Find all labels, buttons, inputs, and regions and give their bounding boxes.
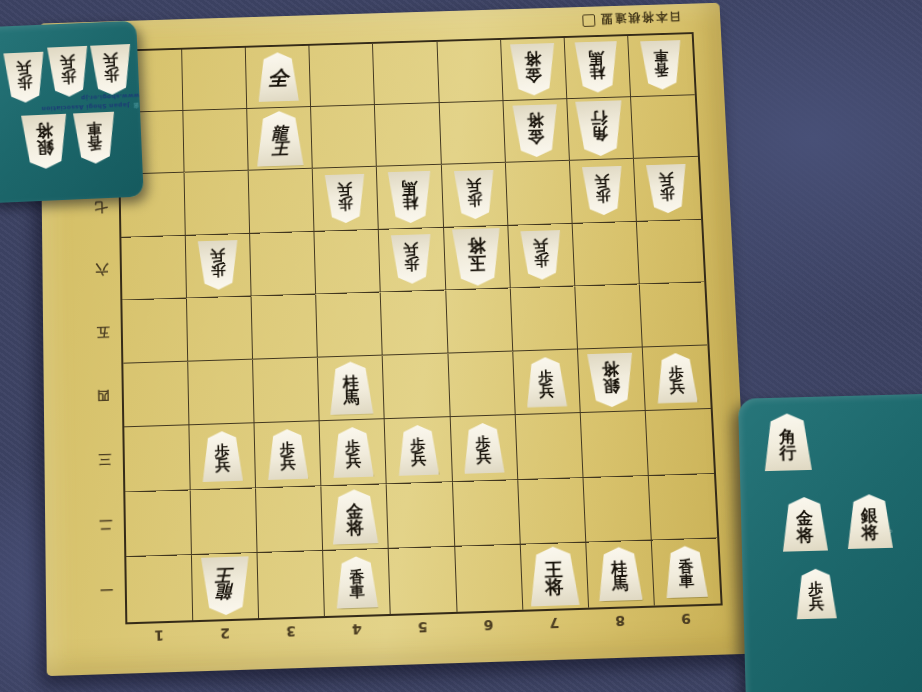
- file-label-5: 5: [414, 619, 431, 636]
- piece-成銀[interactable]: 全: [257, 52, 298, 102]
- board-cell-r6c7[interactable]: 歩兵: [513, 350, 581, 416]
- file-label-8: 8: [612, 613, 629, 630]
- board-cell-r5c1[interactable]: [122, 298, 188, 363]
- board-cell-r6c4[interactable]: 桂馬: [318, 356, 385, 422]
- piece-歩兵[interactable]: 歩兵: [525, 357, 567, 408]
- board-cell-r6c2[interactable]: [188, 360, 254, 426]
- board-cell-r1c4[interactable]: [310, 44, 376, 107]
- file-label-1: 1: [150, 627, 167, 644]
- board-cell-r4c7[interactable]: 歩兵: [508, 224, 575, 289]
- board-cell-r1c9[interactable]: 香車: [628, 34, 695, 97]
- board-cell-r1c6[interactable]: [437, 40, 503, 103]
- piece-角行[interactable]: 角行: [763, 413, 811, 471]
- board-cell-r5c4[interactable]: [316, 292, 383, 357]
- board-cell-r9c8[interactable]: 桂馬: [586, 540, 655, 607]
- board-cell-r1c8[interactable]: 桂馬: [564, 36, 631, 99]
- piece-歩兵[interactable]: 歩兵: [397, 424, 439, 475]
- board-cell-r3c6[interactable]: 歩兵: [441, 163, 508, 227]
- board-cell-r7c9[interactable]: [646, 409, 714, 475]
- board-cell-r5c2[interactable]: [187, 296, 253, 361]
- board-maker-logo: 日本将棋連盟: [582, 8, 681, 27]
- piece-龍王[interactable]: 龍王: [256, 110, 304, 166]
- board-cell-r7c6[interactable]: 歩兵: [450, 415, 518, 481]
- board-cell-r5c7[interactable]: [510, 286, 577, 351]
- file-label-2: 2: [216, 625, 233, 642]
- komadai-bottom-player: ❧ …ciation …ogi.or.jp 角行金将銀将歩兵: [738, 393, 922, 692]
- komadai-watermark-text: Japan Shogi Association www.shogi.or.jp: [41, 92, 139, 112]
- board-cell-r6c1[interactable]: [123, 362, 189, 428]
- board-cell-r2c6[interactable]: [439, 101, 505, 165]
- board-cell-r4c8[interactable]: [572, 222, 639, 287]
- board-cell-r4c4[interactable]: [315, 229, 381, 294]
- board-maker-seal-icon: [582, 14, 595, 27]
- board-cell-r9c1[interactable]: [126, 555, 193, 622]
- board-cell-r5c8[interactable]: [575, 284, 643, 349]
- file-label-9: 9: [678, 610, 695, 627]
- board-cell-r6c5[interactable]: [383, 354, 450, 420]
- board-cell-r9c4[interactable]: 香車: [323, 549, 391, 616]
- rank-label-五: 五: [95, 323, 111, 341]
- board-cell-r4c9[interactable]: [637, 220, 705, 285]
- board-cell-r7c2[interactable]: 歩兵: [190, 424, 257, 490]
- board-cell-r6c8[interactable]: 銀将: [578, 348, 646, 414]
- board-cell-r5c5[interactable]: [381, 290, 448, 355]
- board-cell-r3c4[interactable]: 歩兵: [313, 167, 379, 231]
- board-cell-r8c9[interactable]: [649, 474, 718, 541]
- file-label-6: 6: [480, 617, 497, 634]
- piece-歩兵[interactable]: 歩兵: [325, 174, 366, 224]
- piece-歩兵[interactable]: 歩兵: [463, 422, 505, 473]
- shogi-association-mark-icon: ♕: [129, 100, 140, 109]
- board-cell-r7c5[interactable]: 歩兵: [385, 417, 452, 483]
- board-cell-r2c7[interactable]: 金将: [503, 99, 570, 163]
- shogi-board: 日本将棋連盟 全金将桂馬香車龍王金将角行歩兵桂馬歩兵歩兵歩兵歩兵歩兵玉将歩兵桂馬…: [40, 3, 754, 676]
- board-cell-r5c9[interactable]: [640, 282, 708, 347]
- rank-label-四: 四: [96, 386, 112, 404]
- piece-歩兵[interactable]: 歩兵: [646, 164, 688, 214]
- piece-歩兵[interactable]: 歩兵: [47, 46, 89, 98]
- piece-金将[interactable]: 金将: [513, 104, 559, 157]
- board-cell-r5c3[interactable]: [252, 294, 318, 359]
- piece-歩兵[interactable]: 歩兵: [90, 44, 132, 96]
- board-cell-r6c9[interactable]: 歩兵: [643, 346, 711, 412]
- board-cell-r7c4[interactable]: 歩兵: [320, 419, 387, 485]
- piece-桂馬[interactable]: 桂馬: [388, 170, 432, 223]
- rank-label-二: 二: [97, 515, 113, 534]
- piece-香車[interactable]: 香車: [664, 545, 708, 598]
- board-cell-r8c3[interactable]: [256, 486, 323, 553]
- board-cell-r7c3[interactable]: 歩兵: [255, 422, 322, 488]
- board-cell-r1c3[interactable]: 全: [246, 46, 311, 109]
- board-grid: 全金将桂馬香車龍王金将角行歩兵桂馬歩兵歩兵歩兵歩兵歩兵玉将歩兵桂馬歩兵銀将歩兵歩…: [117, 32, 723, 624]
- board-cell-r8c2[interactable]: [191, 488, 258, 555]
- piece-金将[interactable]: 金将: [331, 489, 378, 545]
- board-cell-r3c7[interactable]: [506, 161, 573, 225]
- piece-王将[interactable]: 王将: [529, 546, 580, 606]
- file-label-7: 7: [546, 615, 563, 632]
- board-cell-r4c3[interactable]: [250, 231, 316, 296]
- board-cell-r8c4[interactable]: 金将: [322, 484, 389, 551]
- piece-銀将[interactable]: 銀将: [587, 352, 634, 407]
- board-cell-r6c3[interactable]: [253, 358, 320, 424]
- board-cell-r9c3[interactable]: [258, 551, 325, 618]
- piece-角行[interactable]: 角行: [576, 101, 625, 157]
- piece-歩兵[interactable]: 歩兵: [520, 230, 562, 280]
- piece-香車[interactable]: 香車: [640, 40, 683, 90]
- piece-歩兵[interactable]: 歩兵: [582, 166, 624, 216]
- piece-銀将[interactable]: 銀将: [21, 114, 68, 170]
- board-cell-r4c1[interactable]: [121, 235, 187, 300]
- board-cell-r8c6[interactable]: [453, 480, 521, 547]
- piece-桂馬[interactable]: 桂馬: [575, 41, 619, 93]
- piece-龍王[interactable]: 龍王: [201, 557, 250, 617]
- board-cell-r9c5[interactable]: [389, 547, 457, 614]
- file-label-3: 3: [282, 623, 299, 640]
- piece-歩兵[interactable]: 歩兵: [391, 234, 432, 284]
- piece-桂馬[interactable]: 桂馬: [329, 361, 373, 415]
- piece-金将[interactable]: 金将: [782, 497, 828, 552]
- piece-歩兵[interactable]: 歩兵: [202, 431, 243, 482]
- piece-歩兵[interactable]: 歩兵: [332, 426, 374, 477]
- board-cell-r7c7[interactable]: [515, 413, 583, 479]
- piece-歩兵[interactable]: 歩兵: [267, 429, 308, 480]
- board-cell-r2c2[interactable]: [183, 109, 248, 173]
- board-cell-r2c5[interactable]: [375, 103, 441, 167]
- piece-金将[interactable]: 金将: [510, 43, 556, 96]
- board-cell-r9c9[interactable]: 香車: [652, 538, 721, 605]
- board-cell-r8c1[interactable]: [125, 490, 192, 557]
- piece-香車[interactable]: 香車: [73, 112, 116, 165]
- board-maker-logo-text: 日本将棋連盟: [599, 10, 682, 26]
- rank-label-六: 六: [94, 259, 110, 277]
- piece-銀将[interactable]: 銀将: [847, 494, 893, 549]
- board-cell-r8c7[interactable]: [518, 478, 586, 545]
- board-cell-r7c1[interactable]: [124, 426, 190, 492]
- board-cell-r7c8[interactable]: [581, 411, 649, 477]
- board-cell-r6c6[interactable]: [448, 352, 515, 418]
- board-cell-r4c2[interactable]: 歩兵: [186, 233, 252, 298]
- board-cell-r2c9[interactable]: [631, 95, 698, 159]
- board-cell-r3c9[interactable]: 歩兵: [634, 157, 701, 221]
- board-cell-r8c8[interactable]: [583, 476, 651, 543]
- board-cell-r1c7[interactable]: 金将: [501, 38, 567, 101]
- board-cell-r4c6[interactable]: 玉将: [444, 226, 511, 291]
- board-cell-r9c2[interactable]: 龍王: [192, 553, 259, 620]
- board-cell-r3c8[interactable]: 歩兵: [570, 159, 637, 223]
- board-cell-r3c5[interactable]: 桂馬: [377, 165, 443, 229]
- piece-歩兵[interactable]: 歩兵: [655, 352, 697, 403]
- piece-香車[interactable]: 香車: [335, 556, 378, 609]
- board-cell-r1c2[interactable]: [182, 48, 247, 111]
- rank-label-三: 三: [97, 450, 113, 469]
- piece-歩兵[interactable]: 歩兵: [198, 240, 239, 290]
- board-cell-r2c3[interactable]: 龍王: [247, 107, 313, 171]
- rank-label-一: 一: [98, 580, 114, 599]
- piece-歩兵[interactable]: 歩兵: [795, 568, 836, 619]
- board-cell-r5c6[interactable]: [446, 288, 513, 353]
- board-cell-r2c4[interactable]: [311, 105, 377, 169]
- board-cell-r9c7[interactable]: 王将: [520, 542, 588, 609]
- board-cell-r8c5[interactable]: [387, 482, 455, 549]
- board-cell-r9c6[interactable]: [455, 544, 523, 611]
- board-cell-r3c2[interactable]: [185, 171, 251, 235]
- komadai-top-player: ♕ Japan Shogi Association www.shogi.or.j…: [0, 21, 144, 204]
- piece-玉将[interactable]: 玉将: [452, 228, 502, 286]
- rank-label-七: 七: [93, 197, 109, 215]
- board-cell-r1c5[interactable]: [373, 42, 439, 105]
- board-cell-r4c5[interactable]: 歩兵: [379, 227, 446, 292]
- piece-歩兵[interactable]: 歩兵: [454, 170, 495, 220]
- board-cell-r3c3[interactable]: [249, 169, 315, 233]
- piece-桂馬[interactable]: 桂馬: [597, 546, 643, 601]
- file-label-4: 4: [348, 621, 365, 638]
- board-cell-r2c8[interactable]: 角行: [567, 97, 634, 161]
